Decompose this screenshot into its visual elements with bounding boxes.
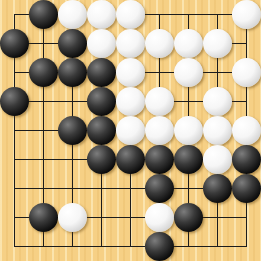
- black-stone: [174, 145, 203, 174]
- black-stone: [87, 87, 116, 116]
- white-stone: [203, 87, 232, 116]
- black-stone: [203, 174, 232, 203]
- black-stone: [87, 116, 116, 145]
- grid-line-horizontal: [14, 246, 247, 247]
- black-stone: [174, 203, 203, 232]
- black-stone: [232, 174, 261, 203]
- white-stone: [87, 0, 116, 29]
- white-stone: [232, 0, 261, 29]
- black-stone: [0, 29, 29, 58]
- white-stone: [87, 29, 116, 58]
- black-stone: [116, 145, 145, 174]
- black-stone: [145, 145, 174, 174]
- black-stone: [0, 87, 29, 116]
- white-stone: [203, 29, 232, 58]
- white-stone: [174, 116, 203, 145]
- black-stone: [87, 58, 116, 87]
- white-stone: [145, 116, 174, 145]
- go-board[interactable]: [0, 0, 261, 261]
- white-stone: [145, 203, 174, 232]
- black-stone: [87, 145, 116, 174]
- black-stone: [58, 58, 87, 87]
- white-stone: [116, 116, 145, 145]
- white-stone: [145, 87, 174, 116]
- white-stone: [116, 29, 145, 58]
- white-stone: [203, 145, 232, 174]
- black-stone: [58, 29, 87, 58]
- white-stone: [58, 203, 87, 232]
- black-stone: [232, 145, 261, 174]
- black-stone: [29, 203, 58, 232]
- white-stone: [145, 29, 174, 58]
- white-stone: [58, 0, 87, 29]
- black-stone: [29, 58, 58, 87]
- black-stone: [145, 174, 174, 203]
- white-stone: [174, 29, 203, 58]
- white-stone: [203, 116, 232, 145]
- white-stone: [174, 58, 203, 87]
- white-stone: [232, 116, 261, 145]
- white-stone: [232, 58, 261, 87]
- black-stone: [29, 0, 58, 29]
- black-stone: [145, 232, 174, 261]
- white-stone: [116, 87, 145, 116]
- white-stone: [116, 0, 145, 29]
- white-stone: [116, 58, 145, 87]
- black-stone: [58, 116, 87, 145]
